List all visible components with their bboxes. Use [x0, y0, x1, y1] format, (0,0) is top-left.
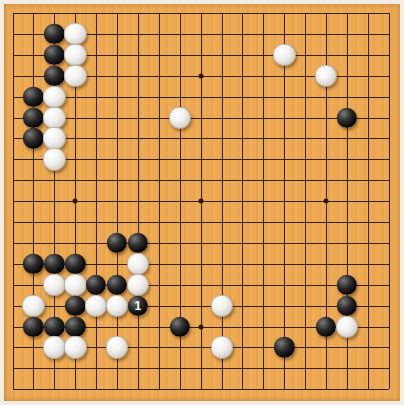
- grid-line-horizontal: [13, 368, 389, 369]
- grid-line-vertical: [368, 13, 369, 389]
- grid-line-vertical: [389, 13, 390, 389]
- grid-line-vertical: [242, 13, 243, 389]
- star-point: [324, 199, 329, 204]
- grid-line-vertical: [222, 13, 223, 389]
- grid-line-vertical: [263, 13, 264, 389]
- star-point: [198, 199, 203, 204]
- star-point: [198, 324, 203, 329]
- go-game-screenshot: 1: [0, 0, 404, 405]
- grid-line-vertical: [284, 13, 285, 389]
- grid-line-horizontal: [13, 243, 389, 244]
- grid-line-horizontal: [13, 389, 389, 390]
- star-point: [73, 199, 78, 204]
- move-number-label: 1: [135, 300, 142, 312]
- star-point: [198, 73, 203, 78]
- grid-line-vertical: [305, 13, 306, 389]
- grid-line-horizontal: [13, 222, 389, 223]
